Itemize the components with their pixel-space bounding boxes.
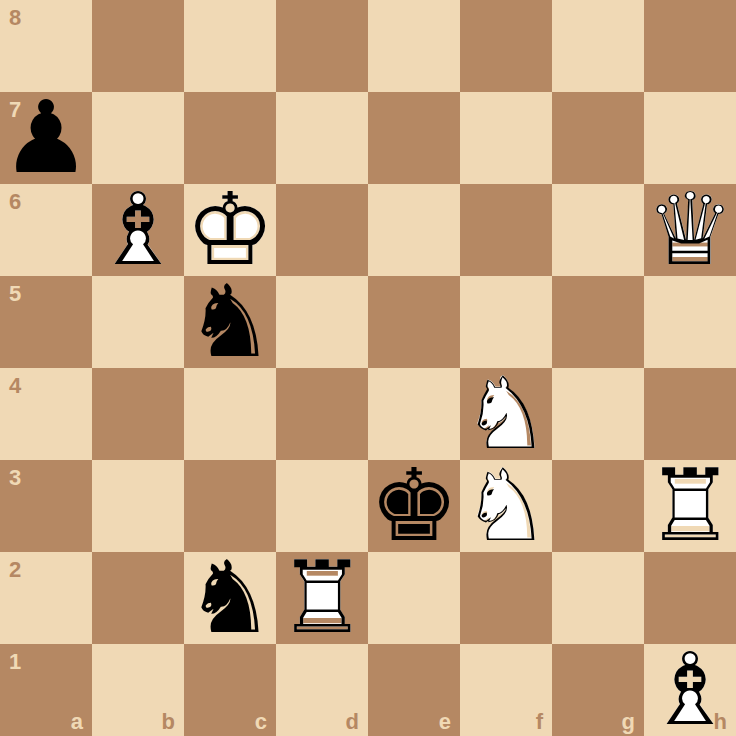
- square-h6[interactable]: ♛♕: [644, 184, 736, 276]
- square-f1[interactable]: f: [460, 644, 552, 736]
- square-d4[interactable]: [276, 368, 368, 460]
- white-rook-outline-glyph: ♖: [644, 460, 736, 552]
- square-g6[interactable]: [552, 184, 644, 276]
- square-g1[interactable]: g: [552, 644, 644, 736]
- square-e1[interactable]: e: [368, 644, 460, 736]
- square-b2[interactable]: [92, 552, 184, 644]
- square-d8[interactable]: [276, 0, 368, 92]
- square-d5[interactable]: [276, 276, 368, 368]
- square-c4[interactable]: [184, 368, 276, 460]
- rank-label-8: 8: [9, 7, 21, 29]
- square-e5[interactable]: [368, 276, 460, 368]
- square-h5[interactable]: [644, 276, 736, 368]
- white-bishop-outline-glyph: ♗: [92, 184, 184, 276]
- square-a6[interactable]: 6: [0, 184, 92, 276]
- black-pawn-glyph: ♟: [0, 92, 92, 184]
- square-b4[interactable]: [92, 368, 184, 460]
- piece-black-knight[interactable]: ♞: [184, 276, 276, 368]
- square-b8[interactable]: [92, 0, 184, 92]
- square-h3[interactable]: ♜♖: [644, 460, 736, 552]
- black-king-glyph: ♚: [368, 460, 460, 552]
- file-label-a: a: [71, 711, 83, 733]
- square-f3[interactable]: ♞♘: [460, 460, 552, 552]
- file-label-f: f: [536, 711, 543, 733]
- square-f8[interactable]: [460, 0, 552, 92]
- file-label-b: b: [162, 711, 175, 733]
- square-h1[interactable]: h♝♗: [644, 644, 736, 736]
- file-label-g: g: [622, 711, 635, 733]
- square-f6[interactable]: [460, 184, 552, 276]
- square-b6[interactable]: ♝♗: [92, 184, 184, 276]
- square-h8[interactable]: [644, 0, 736, 92]
- black-knight-glyph: ♞: [184, 276, 276, 368]
- square-e2[interactable]: [368, 552, 460, 644]
- square-c2[interactable]: ♞: [184, 552, 276, 644]
- white-bishop-outline-glyph: ♗: [644, 644, 736, 736]
- square-g2[interactable]: [552, 552, 644, 644]
- piece-black-knight[interactable]: ♞: [184, 552, 276, 644]
- piece-white-rook[interactable]: ♜♖: [644, 460, 736, 552]
- file-label-e: e: [439, 711, 451, 733]
- square-g5[interactable]: [552, 276, 644, 368]
- black-knight-glyph: ♞: [184, 552, 276, 644]
- square-c1[interactable]: c: [184, 644, 276, 736]
- square-g8[interactable]: [552, 0, 644, 92]
- rank-label-4: 4: [9, 375, 21, 397]
- square-g3[interactable]: [552, 460, 644, 552]
- square-a1[interactable]: 1a: [0, 644, 92, 736]
- rank-label-3: 3: [9, 467, 21, 489]
- piece-white-bishop[interactable]: ♝♗: [92, 184, 184, 276]
- rank-label-1: 1: [9, 651, 21, 673]
- chess-board: 87♟6♝♗♚♔♛♕5♞4♞♘3♚♞♘♜♖2♞♜♖1abcdefgh♝♗: [0, 0, 736, 736]
- square-d2[interactable]: ♜♖: [276, 552, 368, 644]
- file-label-d: d: [346, 711, 359, 733]
- square-f2[interactable]: [460, 552, 552, 644]
- square-e3[interactable]: ♚: [368, 460, 460, 552]
- square-e8[interactable]: [368, 0, 460, 92]
- square-c5[interactable]: ♞: [184, 276, 276, 368]
- piece-white-queen[interactable]: ♛♕: [644, 184, 736, 276]
- white-rook-outline-glyph: ♖: [276, 552, 368, 644]
- square-f7[interactable]: [460, 92, 552, 184]
- square-a7[interactable]: 7♟: [0, 92, 92, 184]
- rank-label-2: 2: [9, 559, 21, 581]
- file-label-c: c: [255, 711, 267, 733]
- square-g7[interactable]: [552, 92, 644, 184]
- square-d1[interactable]: d: [276, 644, 368, 736]
- square-b5[interactable]: [92, 276, 184, 368]
- rank-label-5: 5: [9, 283, 21, 305]
- white-knight-outline-glyph: ♘: [460, 460, 552, 552]
- white-queen-outline-glyph: ♕: [644, 184, 736, 276]
- square-a4[interactable]: 4: [0, 368, 92, 460]
- square-g4[interactable]: [552, 368, 644, 460]
- piece-black-pawn[interactable]: ♟: [0, 92, 92, 184]
- square-a3[interactable]: 3: [0, 460, 92, 552]
- square-e6[interactable]: [368, 184, 460, 276]
- square-b1[interactable]: b: [92, 644, 184, 736]
- square-e7[interactable]: [368, 92, 460, 184]
- square-c8[interactable]: [184, 0, 276, 92]
- square-a2[interactable]: 2: [0, 552, 92, 644]
- piece-black-king[interactable]: ♚: [368, 460, 460, 552]
- square-a5[interactable]: 5: [0, 276, 92, 368]
- piece-white-rook[interactable]: ♜♖: [276, 552, 368, 644]
- square-b3[interactable]: [92, 460, 184, 552]
- piece-white-bishop[interactable]: ♝♗: [644, 644, 736, 736]
- square-d6[interactable]: [276, 184, 368, 276]
- square-d7[interactable]: [276, 92, 368, 184]
- piece-white-knight[interactable]: ♞♘: [460, 460, 552, 552]
